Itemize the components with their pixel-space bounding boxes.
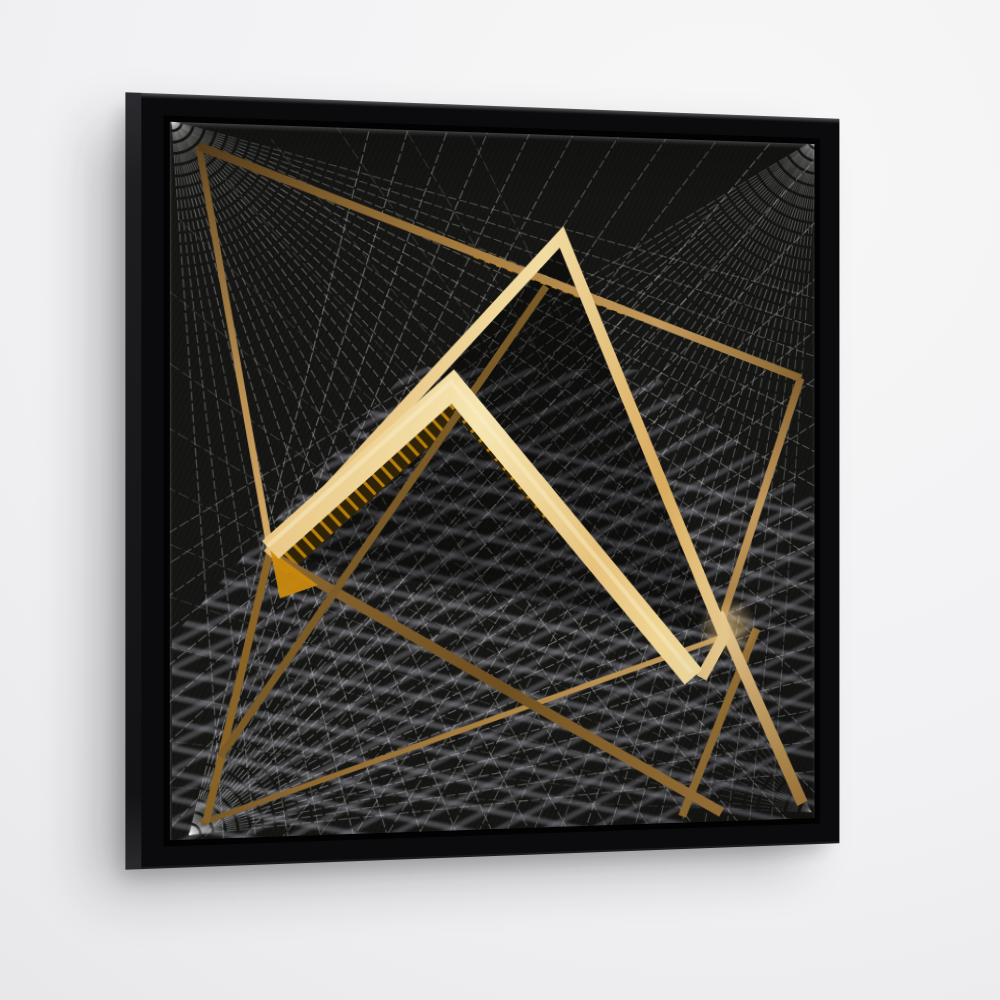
frame-inner-gap [163, 115, 820, 846]
canvas-vignette [170, 122, 815, 840]
wall [0, 0, 1000, 1000]
art-canvas [170, 122, 815, 840]
frame-front-face [141, 93, 839, 869]
frame-bottom-edge [141, 841, 839, 869]
picture-frame [125, 92, 839, 869]
frame-side-face [125, 92, 141, 869]
